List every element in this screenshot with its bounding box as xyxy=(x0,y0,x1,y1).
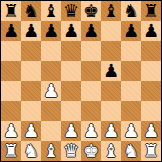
black-rook: ♜ xyxy=(143,1,159,21)
square-b6[interactable] xyxy=(21,41,41,61)
black-king: ♚ xyxy=(83,1,99,21)
square-g5[interactable] xyxy=(121,61,141,81)
square-d6[interactable] xyxy=(61,41,81,61)
square-b8[interactable]: ♞ xyxy=(21,1,41,21)
white-knight: ♞ xyxy=(23,141,39,161)
square-h8[interactable]: ♜ xyxy=(141,1,161,21)
square-c1[interactable]: ♝ xyxy=(41,141,61,161)
square-g4[interactable] xyxy=(121,81,141,101)
black-bishop: ♝ xyxy=(103,1,119,21)
white-pawn: ♟ xyxy=(63,121,79,141)
square-f7[interactable] xyxy=(101,21,121,41)
square-e2[interactable]: ♟ xyxy=(81,121,101,141)
square-c7[interactable]: ♟ xyxy=(41,21,61,41)
chess-board: ♜♞♝♛♚♝♞♜♟♟♟♟♟♟♟♟♟♟♟♟♟♟♟♟♜♞♝♛♚♝♞♜ xyxy=(0,0,162,162)
square-d4[interactable] xyxy=(61,81,81,101)
white-bishop: ♝ xyxy=(103,141,119,161)
square-c8[interactable]: ♝ xyxy=(41,1,61,21)
square-f6[interactable] xyxy=(101,41,121,61)
white-queen: ♛ xyxy=(63,141,79,161)
square-d7[interactable]: ♟ xyxy=(61,21,81,41)
square-a6[interactable] xyxy=(1,41,21,61)
square-h3[interactable] xyxy=(141,101,161,121)
square-c6[interactable] xyxy=(41,41,61,61)
square-e7[interactable]: ♟ xyxy=(81,21,101,41)
square-d1[interactable]: ♛ xyxy=(61,141,81,161)
square-c2[interactable] xyxy=(41,121,61,141)
black-pawn: ♟ xyxy=(143,21,159,41)
black-knight: ♞ xyxy=(23,1,39,21)
white-knight: ♞ xyxy=(123,141,139,161)
white-pawn: ♟ xyxy=(3,121,19,141)
square-a3[interactable] xyxy=(1,101,21,121)
square-h1[interactable]: ♜ xyxy=(141,141,161,161)
square-c3[interactable] xyxy=(41,101,61,121)
white-pawn: ♟ xyxy=(123,121,139,141)
square-a7[interactable]: ♟ xyxy=(1,21,21,41)
black-queen: ♛ xyxy=(63,1,79,21)
square-b2[interactable]: ♟ xyxy=(21,121,41,141)
black-bishop: ♝ xyxy=(43,1,59,21)
black-pawn: ♟ xyxy=(43,21,59,41)
square-a4[interactable] xyxy=(1,81,21,101)
white-pawn: ♟ xyxy=(83,121,99,141)
white-pawn: ♟ xyxy=(23,121,39,141)
square-e1[interactable]: ♚ xyxy=(81,141,101,161)
square-f3[interactable] xyxy=(101,101,121,121)
square-g1[interactable]: ♞ xyxy=(121,141,141,161)
square-f5[interactable]: ♟ xyxy=(101,61,121,81)
square-d3[interactable] xyxy=(61,101,81,121)
square-e3[interactable] xyxy=(81,101,101,121)
square-h5[interactable] xyxy=(141,61,161,81)
square-a2[interactable]: ♟ xyxy=(1,121,21,141)
square-g2[interactable]: ♟ xyxy=(121,121,141,141)
square-d2[interactable]: ♟ xyxy=(61,121,81,141)
black-pawn: ♟ xyxy=(103,61,119,81)
square-g8[interactable]: ♞ xyxy=(121,1,141,21)
square-b5[interactable] xyxy=(21,61,41,81)
square-f1[interactable]: ♝ xyxy=(101,141,121,161)
square-g7[interactable]: ♟ xyxy=(121,21,141,41)
white-pawn: ♟ xyxy=(43,81,59,101)
square-f8[interactable]: ♝ xyxy=(101,1,121,21)
square-d8[interactable]: ♛ xyxy=(61,1,81,21)
square-b7[interactable]: ♟ xyxy=(21,21,41,41)
white-rook: ♜ xyxy=(3,141,19,161)
white-rook: ♜ xyxy=(143,141,159,161)
black-rook: ♜ xyxy=(3,1,19,21)
square-b3[interactable] xyxy=(21,101,41,121)
square-h4[interactable] xyxy=(141,81,161,101)
white-pawn: ♟ xyxy=(103,121,119,141)
square-c5[interactable] xyxy=(41,61,61,81)
square-b4[interactable] xyxy=(21,81,41,101)
square-a5[interactable] xyxy=(1,61,21,81)
square-e6[interactable] xyxy=(81,41,101,61)
black-knight: ♞ xyxy=(123,1,139,21)
square-a1[interactable]: ♜ xyxy=(1,141,21,161)
white-king: ♚ xyxy=(83,141,99,161)
black-pawn: ♟ xyxy=(23,21,39,41)
black-pawn: ♟ xyxy=(3,21,19,41)
square-f2[interactable]: ♟ xyxy=(101,121,121,141)
square-e5[interactable] xyxy=(81,61,101,81)
black-pawn: ♟ xyxy=(63,21,79,41)
square-e4[interactable] xyxy=(81,81,101,101)
square-h6[interactable] xyxy=(141,41,161,61)
square-g6[interactable] xyxy=(121,41,141,61)
white-bishop: ♝ xyxy=(43,141,59,161)
square-e8[interactable]: ♚ xyxy=(81,1,101,21)
white-pawn: ♟ xyxy=(143,121,159,141)
square-d5[interactable] xyxy=(61,61,81,81)
square-g3[interactable] xyxy=(121,101,141,121)
black-pawn: ♟ xyxy=(123,21,139,41)
square-b1[interactable]: ♞ xyxy=(21,141,41,161)
square-h2[interactable]: ♟ xyxy=(141,121,161,141)
square-a8[interactable]: ♜ xyxy=(1,1,21,21)
square-h7[interactable]: ♟ xyxy=(141,21,161,41)
square-f4[interactable] xyxy=(101,81,121,101)
square-c4[interactable]: ♟ xyxy=(41,81,61,101)
black-pawn: ♟ xyxy=(83,21,99,41)
